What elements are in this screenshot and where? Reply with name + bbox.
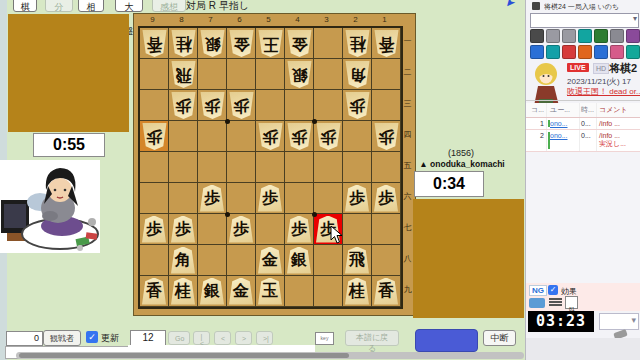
shogi-piece-金[interactable]: 金 — [229, 278, 254, 305]
broadcast-icon[interactable] — [562, 45, 576, 59]
shogi-piece-歩[interactable]: 歩 — [142, 123, 167, 150]
board-square-5七[interactable] — [256, 214, 285, 245]
board-square-8七[interactable]: 歩 — [169, 214, 198, 245]
file-label: 2 — [341, 14, 370, 25]
board-square-8二[interactable]: 飛 — [169, 59, 198, 90]
board-square-5四[interactable]: 歩 — [256, 121, 285, 152]
shogi-piece-歩[interactable]: 歩 — [142, 216, 167, 243]
board-square-9五[interactable] — [140, 152, 169, 183]
board-grid[interactable]: 香桂銀金王金桂香飛銀角歩歩歩歩歩歩歩歩歩歩歩歩歩歩歩歩歩歩角金銀飛香桂銀金玉桂香 — [138, 26, 403, 309]
board-square-2三[interactable]: 歩 — [343, 90, 372, 121]
shogi-piece-歩[interactable]: 歩 — [171, 92, 196, 119]
gote-piece-stand[interactable] — [8, 14, 129, 132]
comment-row: 2ono...0.../info ...実況し... — [526, 130, 640, 152]
shogi-piece-金[interactable]: 金 — [287, 30, 312, 57]
comment-row: 1ono...0.../info ... — [526, 118, 640, 130]
board-square-4五[interactable] — [285, 152, 314, 183]
match-type-label: 対局 R 早指し — [186, 0, 249, 13]
shogi-piece-歩[interactable]: 歩 — [316, 123, 341, 150]
broadcast-icon[interactable] — [562, 29, 576, 43]
comment-table: コ...ユー...時...コメント1ono...0.../info ...2on… — [526, 103, 640, 152]
board-square-6一[interactable]: 金 — [227, 28, 256, 59]
board-square-3三[interactable] — [314, 90, 343, 121]
shogi-piece-角[interactable]: 角 — [171, 247, 196, 274]
board-square-4八[interactable]: 銀 — [285, 245, 314, 276]
shogi-piece-歩[interactable]: 歩 — [200, 92, 225, 119]
board-square-6二[interactable] — [227, 59, 256, 90]
board-square-2七[interactable] — [343, 214, 372, 245]
key-field[interactable]: key — [315, 332, 334, 345]
board-square-1七[interactable] — [372, 214, 401, 245]
broadcast-icon[interactable] — [594, 45, 608, 59]
sente-player-name: ▲ onoduka_komachi — [404, 159, 520, 169]
sente-piece-stand[interactable] — [413, 199, 524, 318]
board-square-9八[interactable] — [140, 245, 169, 276]
opponent-button[interactable]: 相手 — [78, 0, 104, 12]
shogi-piece-桂[interactable]: 桂 — [171, 278, 196, 305]
shogi-piece-歩[interactable]: 歩 — [200, 185, 225, 212]
board-square-9二[interactable] — [140, 59, 169, 90]
shogi-piece-桂[interactable]: 桂 — [171, 30, 196, 57]
board-square-8六[interactable] — [169, 183, 198, 214]
board-square-3八[interactable] — [314, 245, 343, 276]
comment-number: 2 — [526, 130, 546, 151]
board-square-1九[interactable]: 香 — [372, 276, 401, 307]
shogi-piece-王[interactable]: 王 — [258, 30, 283, 57]
primary-action-button[interactable] — [415, 329, 478, 352]
file-label: 9 — [138, 14, 167, 25]
shogi-piece-香[interactable]: 香 — [142, 278, 167, 305]
board-square-2六[interactable]: 歩 — [343, 183, 372, 214]
board-square-7三[interactable]: 歩 — [198, 90, 227, 121]
rank-label: 四 — [402, 119, 413, 150]
shogi-piece-香[interactable]: 香 — [142, 30, 167, 57]
rank-label: 一 — [402, 26, 413, 57]
hd-badge: HD — [593, 63, 609, 74]
board-square-1八[interactable] — [372, 245, 401, 276]
live-badge: LIVE — [567, 63, 589, 72]
board-square-3六[interactable] — [314, 183, 343, 214]
shogi-piece-歩[interactable]: 歩 — [287, 123, 312, 150]
board-square-3一[interactable] — [314, 28, 343, 59]
spectators-button[interactable]: 観戦者 — [43, 330, 81, 346]
comment-number: 1 — [526, 118, 546, 129]
comment-user: ono... — [546, 130, 579, 151]
hoshi-dot — [225, 119, 230, 124]
board-square-3四[interactable]: 歩 — [314, 121, 343, 152]
board-square-8八[interactable]: 角 — [169, 245, 198, 276]
board-square-5六[interactable]: 歩 — [256, 183, 285, 214]
shogi-piece-歩[interactable]: 歩 — [171, 216, 196, 243]
board-square-3二[interactable] — [314, 59, 343, 90]
broadcast-icon[interactable] — [610, 45, 624, 59]
kifu-button[interactable]: 棋譜 — [13, 0, 37, 12]
hoshi-dot — [225, 212, 230, 217]
board-square-1五[interactable] — [372, 152, 401, 183]
stream-timer: 03:23 — [528, 311, 594, 332]
spectator-count-field[interactable]: 0 — [6, 331, 43, 346]
shogi-piece-香[interactable]: 香 — [374, 278, 399, 305]
shogi-piece-香[interactable]: 香 — [374, 30, 399, 57]
board-square-9一[interactable]: 香 — [140, 28, 169, 59]
broadcast-icon[interactable] — [626, 45, 640, 59]
sidebar-footer — [526, 338, 640, 360]
comment-text-line2: 実況し... — [599, 139, 639, 149]
hoshi-dot — [312, 212, 317, 217]
ng-button[interactable]: NG — [529, 285, 547, 296]
mouse-cursor-icon — [330, 226, 343, 244]
broadcast-icon[interactable] — [530, 29, 544, 43]
broadcast-icon[interactable] — [626, 29, 640, 43]
sidebar-window-title: 将棋24 一局入場 いのち — [544, 2, 639, 12]
window-icon — [532, 2, 540, 10]
board-square-6七[interactable]: 歩 — [227, 214, 256, 245]
rank-label: 六 — [402, 181, 413, 212]
board-square-6三[interactable]: 歩 — [227, 90, 256, 121]
board-square-5一[interactable]: 王 — [256, 28, 285, 59]
board-square-2四[interactable] — [343, 121, 372, 152]
shogi-piece-歩[interactable]: 歩 — [345, 92, 370, 119]
board-square-7九[interactable]: 銀 — [198, 276, 227, 307]
shogi-piece-歩[interactable]: 歩 — [258, 185, 283, 212]
board-square-6五[interactable] — [227, 152, 256, 183]
file-label: 3 — [312, 14, 341, 25]
board-square-9九[interactable]: 香 — [140, 276, 169, 307]
scrollbar-thumb[interactable] — [19, 353, 349, 358]
shogi-piece-銀[interactable]: 銀 — [287, 61, 312, 88]
sente-clock: 0:34 — [414, 171, 484, 197]
shogi-piece-歩[interactable]: 歩 — [345, 185, 370, 212]
back-to-mainline-button[interactable]: 本譜に戻る — [345, 330, 399, 346]
board-square-5九[interactable]: 玉 — [256, 276, 285, 307]
broadcast-icon[interactable] — [530, 45, 544, 59]
shogi-board: 987654321 香桂銀金王金桂香飛銀角歩歩歩歩歩歩歩歩歩歩歩歩歩歩歩歩歩歩角… — [133, 13, 416, 316]
horizontal-scrollbar[interactable] — [16, 352, 524, 359]
board-square-6六[interactable] — [227, 183, 256, 214]
shogi-piece-桂[interactable]: 桂 — [345, 30, 370, 57]
board-square-1六[interactable]: 歩 — [372, 183, 401, 214]
timer-dropdown[interactable]: ▾ — [599, 313, 639, 330]
comment-user-link[interactable]: ono... — [550, 120, 568, 127]
broadcast-icon-row-2 — [530, 45, 640, 59]
comment-user: ono... — [546, 118, 579, 129]
file-label: 5 — [254, 14, 283, 25]
stream-headline-link[interactable]: 敗退王国！ dead or... — [567, 86, 640, 97]
shogi-piece-歩[interactable]: 歩 — [374, 185, 399, 212]
board-square-1一[interactable]: 香 — [372, 28, 401, 59]
file-label: 1 — [370, 14, 399, 25]
board-square-4二[interactable]: 銀 — [285, 59, 314, 90]
broadcast-icon[interactable] — [578, 45, 592, 59]
comment-column-header[interactable]: 時... — [579, 103, 596, 117]
update-checkbox-label: 更新 — [101, 332, 119, 345]
shogi-piece-歩[interactable]: 歩 — [258, 123, 283, 150]
rank-label: 九 — [402, 274, 413, 305]
chevron-down-icon: ▾ — [633, 14, 637, 23]
board-square-6九[interactable]: 金 — [227, 276, 256, 307]
broadcast-sidebar: 将棋24 一局入場 いのち ▾ LIVE HD 将棋2 2023/11/21(火… — [525, 0, 640, 360]
input-method-icon[interactable] — [529, 298, 545, 308]
board-square-4七[interactable]: 歩 — [285, 214, 314, 245]
file-label: 7 — [196, 14, 225, 25]
shogi-piece-飛[interactable]: 飛 — [171, 61, 196, 88]
board-square-1三[interactable] — [372, 90, 401, 121]
board-square-5八[interactable]: 金 — [256, 245, 285, 276]
board-square-7五[interactable] — [198, 152, 227, 183]
board-square-4四[interactable]: 歩 — [285, 121, 314, 152]
file-labels: 987654321 — [138, 14, 399, 25]
shogi-piece-歩[interactable]: 歩 — [287, 216, 312, 243]
board-square-5二[interactable] — [256, 59, 285, 90]
comment-text: /info ... — [596, 118, 640, 129]
board-square-6四[interactable] — [227, 121, 256, 152]
comment-list-empty-area[interactable] — [526, 152, 640, 284]
shogi-piece-飛[interactable]: 飛 — [345, 247, 370, 274]
board-square-4九[interactable] — [285, 276, 314, 307]
comment-column-header[interactable]: ユー... — [546, 103, 579, 117]
shogi-piece-銀[interactable]: 銀 — [200, 278, 225, 305]
divider — [526, 100, 640, 101]
comment-user-link[interactable]: ono... — [550, 132, 568, 139]
board-square-7一[interactable]: 銀 — [198, 28, 227, 59]
broadcast-icon-row-1 — [530, 29, 640, 43]
comment-text: /info ...実況し... — [596, 130, 640, 151]
hoshi-dot — [312, 119, 317, 124]
board-square-7八[interactable] — [198, 245, 227, 276]
shogi-piece-歩[interactable]: 歩 — [374, 123, 399, 150]
shogi-piece-銀[interactable]: 銀 — [200, 30, 225, 57]
board-square-9六[interactable] — [140, 183, 169, 214]
board-square-9七[interactable]: 歩 — [140, 214, 169, 245]
board-square-9三[interactable] — [140, 90, 169, 121]
shogi-piece-桂[interactable]: 桂 — [345, 278, 370, 305]
board-square-7四[interactable] — [198, 121, 227, 152]
board-square-4三[interactable] — [285, 90, 314, 121]
effect-checkbox[interactable]: ✓ — [548, 285, 558, 295]
broadcast-icon[interactable] — [594, 29, 608, 43]
board-square-8九[interactable]: 桂 — [169, 276, 198, 307]
board-square-8三[interactable]: 歩 — [169, 90, 198, 121]
update-checkbox[interactable]: ✓ — [86, 331, 98, 343]
board-square-8一[interactable]: 桂 — [169, 28, 198, 59]
nav-prev-button[interactable]: < — [214, 331, 231, 345]
board-square-5五[interactable] — [256, 152, 285, 183]
comment-time: 0... — [579, 118, 596, 129]
broadcast-icon[interactable] — [578, 29, 592, 43]
rank-label: 七 — [402, 212, 413, 243]
sidebar-combobox[interactable]: ▾ — [530, 13, 639, 28]
menu-icon[interactable] — [549, 297, 562, 308]
board-square-8五[interactable] — [169, 152, 198, 183]
broadcast-icon[interactable] — [610, 29, 624, 43]
review-button[interactable]: 感想戦 — [152, 0, 186, 12]
shogi-piece-金[interactable]: 金 — [258, 247, 283, 274]
board-square-3九[interactable] — [314, 276, 343, 307]
analysis-button[interactable]: 分析 — [45, 0, 73, 12]
board-square-1二[interactable] — [372, 59, 401, 90]
stream-app-title: 将棋2 — [609, 61, 637, 76]
file-label: 4 — [283, 14, 312, 25]
file-label: 6 — [225, 14, 254, 25]
move-number-field[interactable]: 12 — [130, 330, 166, 346]
rank-label: 二 — [402, 57, 413, 88]
board-square-6八[interactable] — [227, 245, 256, 276]
rank-label: 三 — [402, 88, 413, 119]
shogi-piece-角[interactable]: 角 — [345, 61, 370, 88]
board-square-5三[interactable] — [256, 90, 285, 121]
board-square-2五[interactable] — [343, 152, 372, 183]
gote-clock: 0:55 — [33, 133, 105, 157]
nav-next-button[interactable]: > — [235, 331, 252, 345]
comment-time: 0... — [579, 130, 596, 151]
comment-column-header[interactable]: コメント — [596, 103, 640, 117]
shogi-piece-歩[interactable]: 歩 — [229, 92, 254, 119]
nav-last-button[interactable]: >| — [256, 331, 273, 345]
broadcast-icon[interactable] — [546, 45, 560, 59]
sente-rating: (1856) — [413, 148, 509, 158]
pointer-icon: ➤ — [501, 0, 518, 11]
file-label: 8 — [167, 14, 196, 25]
rank-label: 八 — [402, 243, 413, 274]
board-square-2九[interactable]: 桂 — [343, 276, 372, 307]
broadcast-icon[interactable] — [546, 29, 560, 43]
board-square-9四[interactable]: 歩 — [140, 121, 169, 152]
board-square-8四[interactable] — [169, 121, 198, 152]
interrupt-button[interactable]: 中断 — [483, 330, 516, 346]
big-board-button[interactable]: 大盤 — [115, 0, 143, 12]
nav-go-button[interactable]: Go — [168, 331, 190, 345]
shogi-piece-歩[interactable]: 歩 — [229, 216, 254, 243]
shogi-piece-玉[interactable]: 玉 — [258, 278, 283, 305]
board-square-1四[interactable]: 歩 — [372, 121, 401, 152]
board-square-2一[interactable]: 桂 — [343, 28, 372, 59]
board-square-2八[interactable]: 飛 — [343, 245, 372, 276]
shogi-piece-金[interactable]: 金 — [229, 30, 254, 57]
comment-controls: NG ✓ 効果 81 — [526, 283, 640, 311]
board-square-3五[interactable] — [314, 152, 343, 183]
comment-column-header[interactable]: コ... — [526, 103, 546, 117]
board-square-7六[interactable]: 歩 — [198, 183, 227, 214]
nav-first-button[interactable]: |< — [193, 331, 210, 345]
streamer-avatar-illustration — [0, 160, 100, 253]
board-square-2二[interactable]: 角 — [343, 59, 372, 90]
board-square-4一[interactable]: 金 — [285, 28, 314, 59]
board-square-7二[interactable] — [198, 59, 227, 90]
shogi-piece-銀[interactable]: 銀 — [287, 247, 312, 274]
board-square-4六[interactable] — [285, 183, 314, 214]
board-square-7七[interactable] — [198, 214, 227, 245]
chevron-down-icon: ▾ — [631, 315, 636, 325]
